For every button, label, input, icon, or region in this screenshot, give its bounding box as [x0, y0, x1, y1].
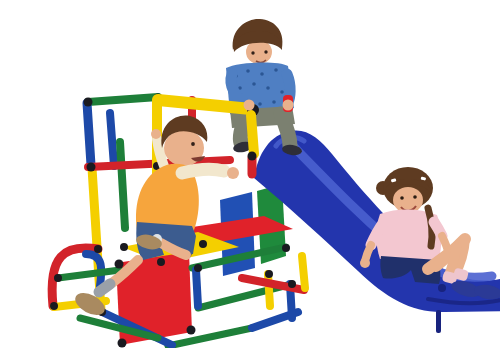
boy-top-eye	[264, 50, 267, 53]
base-yellow-upright	[302, 256, 305, 288]
boy-climb-right-hand	[227, 167, 239, 179]
boy-top-right-leg	[281, 114, 290, 146]
right-post-yellow	[251, 115, 254, 154]
tube-connector	[248, 152, 257, 161]
boy-top-right-hand	[283, 100, 294, 111]
boy-climb-right-arm	[182, 169, 224, 173]
girl-left-hand	[360, 258, 370, 268]
girl-eye	[400, 196, 404, 200]
left-back-post-blue	[87, 103, 91, 165]
boy-top-eye	[251, 51, 254, 54]
boy-climb-eye	[191, 142, 195, 146]
left-rung-green	[120, 142, 125, 228]
boy-climb-left-hand	[151, 129, 161, 139]
scene-drawing	[40, 16, 500, 348]
top-green-bar	[88, 97, 158, 102]
base-yellow-upright	[268, 274, 270, 306]
slide-legs	[436, 310, 500, 340]
product-photo: Three children play on a colorful modula…	[40, 16, 500, 348]
boy-top	[226, 19, 303, 156]
boy-top-left-leg	[240, 116, 247, 143]
arch-green-bar	[58, 270, 120, 278]
left-rung-blue	[110, 113, 114, 166]
base-blue-upright	[196, 270, 198, 306]
boy-top-left-hand	[244, 100, 255, 111]
girl-eye	[413, 195, 417, 199]
girl-face	[393, 187, 423, 213]
boy-climb-left-sock	[99, 284, 110, 292]
slide-bolt	[438, 284, 446, 292]
